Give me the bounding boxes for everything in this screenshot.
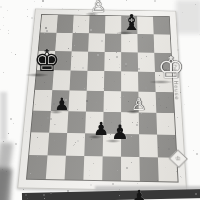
piece-black-pawn-e3[interactable]: ♟ <box>107 122 133 142</box>
piece-white-king-h5[interactable]: ♔ <box>152 53 191 83</box>
piece-white-pawn-d8[interactable]: ♙ <box>86 0 109 15</box>
piece-black-pawn-off-board-bottom[interactable]: ♟ <box>127 188 150 200</box>
piece-black-king-a6[interactable]: ♚ <box>28 46 67 76</box>
piece-black-bishop-f8[interactable]: ♝ <box>118 12 147 34</box>
piece-black-pawn-b5[interactable]: ♟ <box>51 96 73 113</box>
piece-white-pawn-f5[interactable]: ♙ <box>128 96 150 113</box>
pieces-layer: ♙♝♚♟♙♔♟♟♟ <box>0 0 200 200</box>
photo-stage: Chess House ♔ ♙♝♚♟♙♔♟♟♟ <box>0 0 200 200</box>
